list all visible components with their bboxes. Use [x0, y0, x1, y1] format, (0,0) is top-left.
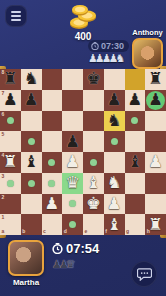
- square-b4[interactable]: ♝: [21, 152, 42, 173]
- square-b5[interactable]: [21, 131, 42, 152]
- square-a2[interactable]: 2: [0, 194, 21, 215]
- rank-label-3: 3: [2, 174, 5, 179]
- square-f8[interactable]: [104, 69, 125, 90]
- player-top-status: 07:30 ♟♟♟♟♞: [88, 40, 129, 65]
- piece-black-pawn[interactable]: ♟: [148, 90, 163, 110]
- piece-black-knight[interactable]: ♞: [107, 111, 122, 131]
- square-d3[interactable]: ♛: [62, 173, 83, 194]
- file-label-b: b: [22, 229, 25, 234]
- chat-button[interactable]: [131, 261, 157, 287]
- square-d1[interactable]: d: [62, 214, 83, 235]
- square-e1[interactable]: e: [83, 214, 104, 235]
- file-label-h: h: [147, 229, 150, 234]
- file-label-f: f: [105, 229, 107, 234]
- piece-black-pawn[interactable]: ♟: [3, 90, 18, 110]
- file-label-g: g: [126, 229, 129, 234]
- square-d2[interactable]: [62, 194, 83, 215]
- chess-board: ♜8♞♚♜♟7♟♟♟♟6♞5♟♜4♝♟♝♟3♛♝♞2♟♚♟1abcde♝fg♜h: [0, 69, 166, 235]
- player-top: Anthony: [132, 28, 163, 69]
- rank-label-4: 4: [2, 153, 5, 158]
- piece-black-rook[interactable]: ♜: [148, 69, 163, 89]
- player-top-clock: 07:30: [88, 40, 129, 52]
- square-c4[interactable]: [42, 152, 63, 173]
- piece-white-knight[interactable]: ♞: [107, 173, 122, 193]
- square-f4[interactable]: [104, 152, 125, 173]
- square-d5[interactable]: ♟: [62, 131, 83, 152]
- piece-black-bishop[interactable]: ♝: [24, 152, 39, 172]
- square-g8[interactable]: [125, 69, 146, 90]
- legal-move-dot[interactable]: [28, 138, 35, 145]
- square-f6[interactable]: ♞: [104, 111, 125, 132]
- player-top-avatar: [132, 38, 163, 69]
- square-h6[interactable]: [145, 111, 166, 132]
- square-g2[interactable]: [125, 194, 146, 215]
- player-top-captured-tray: ♟♟♟♟♞: [88, 53, 122, 65]
- piece-black-pawn[interactable]: ♟: [107, 90, 122, 110]
- square-e4[interactable]: [83, 152, 104, 173]
- rank-label-1: 1: [2, 215, 5, 220]
- square-c8[interactable]: [42, 69, 63, 90]
- legal-move-dot[interactable]: [7, 180, 14, 187]
- piece-white-king[interactable]: ♚: [86, 194, 101, 214]
- square-b3[interactable]: [21, 173, 42, 194]
- square-b6[interactable]: [21, 111, 42, 132]
- player-bottom-name: Martha: [8, 278, 44, 287]
- square-f5[interactable]: [104, 131, 125, 152]
- rank-label-6: 6: [2, 112, 5, 117]
- square-h2[interactable]: [145, 194, 166, 215]
- legal-move-dot[interactable]: [7, 117, 14, 124]
- square-c5[interactable]: [42, 131, 63, 152]
- piece-black-rook[interactable]: ♜: [3, 69, 18, 89]
- square-g1[interactable]: g: [125, 214, 146, 235]
- square-g4[interactable]: ♝: [125, 152, 146, 173]
- square-f3[interactable]: ♞: [104, 173, 125, 194]
- square-c3[interactable]: [42, 173, 63, 194]
- file-label-e: e: [85, 229, 88, 234]
- captured-white-knight: ♞: [115, 53, 125, 65]
- player-bottom-time: 07:54: [66, 241, 99, 256]
- player-top-time: 07:30: [101, 41, 124, 51]
- rank-label-5: 5: [2, 132, 5, 137]
- square-g5[interactable]: [125, 131, 146, 152]
- rank-label-7: 7: [2, 91, 5, 96]
- square-a4[interactable]: ♜4: [0, 152, 21, 173]
- square-c7[interactable]: [42, 90, 63, 111]
- square-a5[interactable]: 5: [0, 131, 21, 152]
- square-a1[interactable]: 1a: [0, 214, 21, 235]
- legal-move-dot[interactable]: [69, 221, 76, 228]
- file-label-a: a: [2, 229, 5, 234]
- legal-move-dot[interactable]: [90, 159, 97, 166]
- square-e2[interactable]: ♚: [83, 194, 104, 215]
- legal-move-dot[interactable]: [48, 159, 55, 166]
- rank-label-2: 2: [2, 195, 5, 200]
- player-bottom-status: 07:54 ♟♟♛: [52, 241, 99, 271]
- chat-bubble-icon: [137, 268, 152, 281]
- player-bottom-avatar: [8, 240, 44, 276]
- piece-white-pawn[interactable]: ♟: [107, 194, 122, 214]
- legal-move-dot[interactable]: [28, 180, 35, 187]
- player-bottom-clock: 07:54: [52, 241, 99, 256]
- square-c2[interactable]: ♟: [42, 194, 63, 215]
- piece-white-rook[interactable]: ♜: [148, 215, 163, 235]
- square-f7[interactable]: ♟: [104, 90, 125, 111]
- square-b7[interactable]: ♟: [21, 90, 42, 111]
- square-c1[interactable]: c: [42, 214, 63, 235]
- clock-icon: [91, 42, 99, 50]
- legal-move-dot[interactable]: [131, 117, 138, 124]
- piece-black-pawn[interactable]: ♟: [65, 132, 80, 152]
- piece-white-pawn[interactable]: ♟: [148, 152, 163, 172]
- file-label-c: c: [43, 229, 46, 234]
- piece-white-pawn[interactable]: ♟: [44, 194, 59, 214]
- square-e7[interactable]: [83, 90, 104, 111]
- square-g3[interactable]: [125, 173, 146, 194]
- square-e3[interactable]: ♝: [83, 173, 104, 194]
- piece-white-rook[interactable]: ♜: [3, 152, 18, 172]
- square-e5[interactable]: [83, 131, 104, 152]
- player-top-name: Anthony: [132, 28, 163, 37]
- board-frame: ♜8♞♚♜♟7♟♟♟♟6♞5♟♜4♝♟♝♟3♛♝♞2♟♚♟1abcde♝fg♜h: [0, 69, 166, 235]
- piece-white-pawn[interactable]: ♟: [65, 152, 80, 172]
- square-h7[interactable]: ♟: [145, 90, 166, 111]
- square-h8[interactable]: ♜: [145, 69, 166, 90]
- square-g7[interactable]: ♟: [125, 90, 146, 111]
- square-b8[interactable]: ♞: [21, 69, 42, 90]
- square-e6[interactable]: [83, 111, 104, 132]
- square-g6[interactable]: [125, 111, 146, 132]
- square-b1[interactable]: b: [21, 214, 42, 235]
- legal-move-dot[interactable]: [69, 200, 76, 207]
- square-h5[interactable]: [145, 131, 166, 152]
- square-h4[interactable]: ♟: [145, 152, 166, 173]
- legal-move-dot[interactable]: [48, 180, 55, 187]
- square-d7[interactable]: [62, 90, 83, 111]
- piece-black-king[interactable]: ♚: [86, 69, 101, 89]
- piece-black-pawn[interactable]: ♟: [24, 90, 39, 110]
- chess-app-screen: 400 Anthony 07:30 ♟♟♟♟♞ ♜8♞♚♜♟7♟♟♟♟6♞5♟♜…: [0, 0, 166, 296]
- square-h3[interactable]: [145, 173, 166, 194]
- square-d4[interactable]: ♟: [62, 152, 83, 173]
- piece-white-bishop[interactable]: ♝: [86, 173, 101, 193]
- coins-icon: [66, 4, 100, 30]
- clock-icon: [52, 243, 63, 254]
- piece-white-bishop[interactable]: ♝: [107, 215, 122, 235]
- player-bottom: Martha: [8, 240, 44, 287]
- square-b2[interactable]: [21, 194, 42, 215]
- piece-black-pawn[interactable]: ♟: [127, 90, 142, 110]
- square-f1[interactable]: ♝f: [104, 214, 125, 235]
- square-a3[interactable]: 3: [0, 173, 21, 194]
- square-a6[interactable]: 6: [0, 111, 21, 132]
- file-label-d: d: [64, 229, 67, 234]
- player-bottom-captured-tray: ♟♟♛: [52, 259, 73, 271]
- square-d6[interactable]: [62, 111, 83, 132]
- rank-label-8: 8: [2, 70, 5, 75]
- captured-black-queen: ♛: [66, 259, 76, 271]
- square-a7[interactable]: ♟7: [0, 90, 21, 111]
- square-e8[interactable]: ♚: [83, 69, 104, 90]
- square-c6[interactable]: [42, 111, 63, 132]
- piece-black-knight[interactable]: ♞: [24, 69, 39, 89]
- legal-move-dot[interactable]: [111, 138, 118, 145]
- square-d8[interactable]: [62, 69, 83, 90]
- square-f2[interactable]: ♟: [104, 194, 125, 215]
- piece-white-queen[interactable]: ♛: [65, 173, 80, 193]
- square-h1[interactable]: ♜h: [145, 214, 166, 235]
- square-a8[interactable]: ♜8: [0, 69, 21, 90]
- piece-black-bishop[interactable]: ♝: [127, 152, 142, 172]
